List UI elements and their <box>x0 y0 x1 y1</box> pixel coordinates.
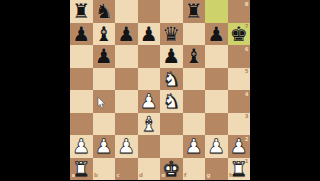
square-d2[interactable] <box>138 135 161 158</box>
square-g6[interactable] <box>205 45 228 68</box>
square-h4[interactable]: 4 <box>228 90 251 113</box>
square-a2[interactable]: ♟ <box>70 135 93 158</box>
black-pawn-d7[interactable]: ♟ <box>140 23 158 46</box>
square-a6[interactable] <box>70 45 93 68</box>
square-f7[interactable] <box>183 23 206 46</box>
square-d7[interactable]: ♟ <box>138 23 161 46</box>
square-h2[interactable]: ♟2 <box>228 135 251 158</box>
square-f1[interactable]: f <box>183 158 206 181</box>
square-h1[interactable]: ♜h1 <box>228 158 251 181</box>
file-label-b: b <box>94 173 98 179</box>
rank-label-6: 6 <box>245 47 249 53</box>
square-d8[interactable] <box>138 0 161 23</box>
black-pawn-e6[interactable]: ♟ <box>162 45 180 68</box>
square-a8[interactable]: ♜ <box>70 0 93 23</box>
square-c7[interactable]: ♟ <box>115 23 138 46</box>
square-f8[interactable]: ♜ <box>183 0 206 23</box>
square-g5[interactable] <box>205 68 228 91</box>
rank-label-8: 8 <box>245 2 249 8</box>
square-b2[interactable]: ♟ <box>93 135 116 158</box>
white-bishop-d3[interactable]: ♝ <box>140 113 158 136</box>
square-d1[interactable]: d <box>138 158 161 181</box>
square-f4[interactable] <box>183 90 206 113</box>
rank-label-4: 4 <box>245 92 249 98</box>
square-f2[interactable]: ♟ <box>183 135 206 158</box>
square-e8[interactable] <box>160 0 183 23</box>
square-h5[interactable]: 5 <box>228 68 251 91</box>
black-pawn-g7[interactable]: ♟ <box>207 23 225 46</box>
square-b7[interactable]: ♝ <box>93 23 116 46</box>
square-b1[interactable]: b <box>93 158 116 181</box>
rank-label-1: 1 <box>245 159 249 165</box>
white-pawn-b2[interactable]: ♟ <box>95 135 113 158</box>
rank-label-7: 7 <box>245 24 249 30</box>
square-a4[interactable] <box>70 90 93 113</box>
square-d5[interactable] <box>138 68 161 91</box>
square-d3[interactable]: ♝ <box>138 113 161 136</box>
square-c4[interactable] <box>115 90 138 113</box>
black-rook-f8[interactable]: ♜ <box>185 0 203 23</box>
file-label-d: d <box>139 173 143 179</box>
square-h8[interactable]: 8 <box>228 0 251 23</box>
chess-board: ♜♞♜8♟♝♟♟♛♟♚7♟♟♝6♞5♟♞4♝3♟♟♟♟♟♟2♜abcd♚efg♜… <box>70 0 250 180</box>
rank-label-2: 2 <box>245 137 249 143</box>
white-pawn-a2[interactable]: ♟ <box>72 135 90 158</box>
mouse-cursor-icon <box>97 97 106 109</box>
white-knight-e4[interactable]: ♞ <box>162 90 180 113</box>
file-label-e: e <box>162 173 166 179</box>
black-knight-b8[interactable]: ♞ <box>95 0 113 23</box>
square-b5[interactable] <box>93 68 116 91</box>
square-c2[interactable]: ♟ <box>115 135 138 158</box>
square-g4[interactable] <box>205 90 228 113</box>
square-b6[interactable]: ♟ <box>93 45 116 68</box>
square-c6[interactable] <box>115 45 138 68</box>
file-label-f: f <box>184 173 186 179</box>
black-bishop-b7[interactable]: ♝ <box>95 23 113 46</box>
square-h3[interactable]: 3 <box>228 113 251 136</box>
square-c3[interactable] <box>115 113 138 136</box>
square-f5[interactable] <box>183 68 206 91</box>
square-g8[interactable] <box>205 0 228 23</box>
white-pawn-d4[interactable]: ♟ <box>140 90 158 113</box>
black-pawn-b6[interactable]: ♟ <box>95 45 113 68</box>
white-pawn-f2[interactable]: ♟ <box>185 135 203 158</box>
square-f3[interactable] <box>183 113 206 136</box>
square-h6[interactable]: 6 <box>228 45 251 68</box>
square-e3[interactable] <box>160 113 183 136</box>
square-g7[interactable]: ♟ <box>205 23 228 46</box>
file-label-g: g <box>207 173 211 179</box>
file-label-c: c <box>117 173 120 179</box>
square-e7[interactable]: ♛ <box>160 23 183 46</box>
square-b3[interactable] <box>93 113 116 136</box>
square-g3[interactable] <box>205 113 228 136</box>
square-b8[interactable]: ♞ <box>93 0 116 23</box>
square-e6[interactable]: ♟ <box>160 45 183 68</box>
black-bishop-f6[interactable]: ♝ <box>185 45 203 68</box>
square-e1[interactable]: ♚e <box>160 158 183 181</box>
square-h7[interactable]: ♚7 <box>228 23 251 46</box>
square-c8[interactable] <box>115 0 138 23</box>
file-label-h: h <box>229 173 233 179</box>
square-e2[interactable] <box>160 135 183 158</box>
square-a7[interactable]: ♟ <box>70 23 93 46</box>
rank-label-3: 3 <box>245 114 249 120</box>
file-label-a: a <box>72 173 76 179</box>
chess-app-stage: ♜♞♜8♟♝♟♟♛♟♚7♟♟♝6♞5♟♞4♝3♟♟♟♟♟♟2♜abcd♚efg♜… <box>0 0 320 180</box>
rank-label-5: 5 <box>245 69 249 75</box>
square-g2[interactable]: ♟ <box>205 135 228 158</box>
square-d4[interactable]: ♟ <box>138 90 161 113</box>
white-knight-e5[interactable]: ♞ <box>162 68 180 91</box>
square-d6[interactable] <box>138 45 161 68</box>
square-a1[interactable]: ♜a <box>70 158 93 181</box>
black-pawn-c7[interactable]: ♟ <box>117 23 135 46</box>
black-pawn-a7[interactable]: ♟ <box>72 23 90 46</box>
square-g1[interactable]: g <box>205 158 228 181</box>
black-rook-a8[interactable]: ♜ <box>72 0 90 23</box>
square-c1[interactable]: c <box>115 158 138 181</box>
white-pawn-g2[interactable]: ♟ <box>207 135 225 158</box>
square-c5[interactable] <box>115 68 138 91</box>
square-e5[interactable]: ♞ <box>160 68 183 91</box>
black-queen-e7[interactable]: ♛ <box>162 23 180 46</box>
square-e4[interactable]: ♞ <box>160 90 183 113</box>
square-a3[interactable] <box>70 113 93 136</box>
square-a5[interactable] <box>70 68 93 91</box>
square-f6[interactable]: ♝ <box>183 45 206 68</box>
white-pawn-c2[interactable]: ♟ <box>117 135 135 158</box>
